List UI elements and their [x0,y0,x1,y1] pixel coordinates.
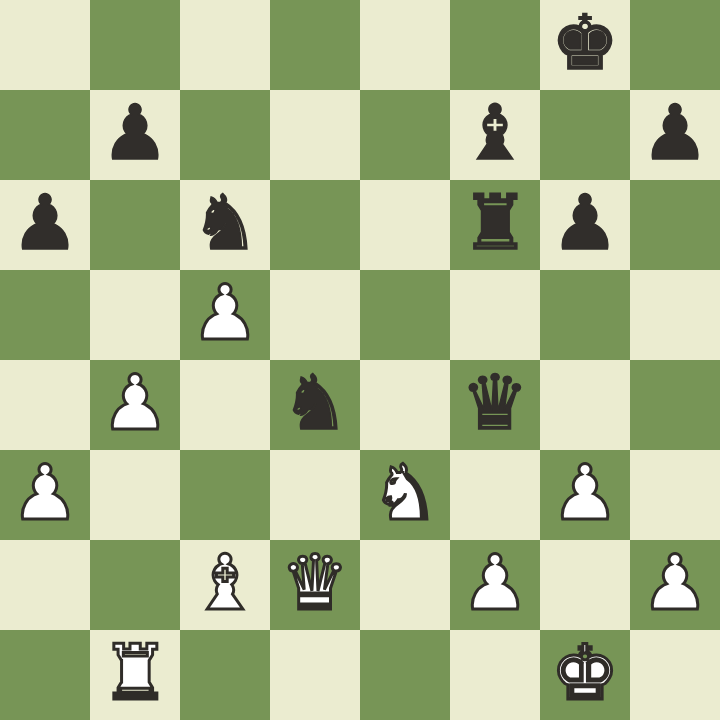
white-rook[interactable]: ♜ [101,628,169,718]
black-pawn[interactable]: ♟ [641,88,709,178]
square-c7[interactable] [180,90,270,180]
square-b5[interactable] [90,270,180,360]
square-h3[interactable] [630,450,720,540]
black-rook[interactable]: ♜ [461,178,529,268]
square-g3[interactable]: ♟ [540,450,630,540]
square-a2[interactable] [0,540,90,630]
square-f8[interactable] [450,0,540,90]
square-g8[interactable]: ♚ [540,0,630,90]
square-a4[interactable] [0,360,90,450]
square-d4[interactable]: ♞ [270,360,360,450]
square-b3[interactable] [90,450,180,540]
square-f5[interactable] [450,270,540,360]
square-f1[interactable] [450,630,540,720]
square-b4[interactable]: ♟ [90,360,180,450]
square-h7[interactable]: ♟ [630,90,720,180]
square-e5[interactable] [360,270,450,360]
square-b6[interactable] [90,180,180,270]
square-a1[interactable] [0,630,90,720]
white-bishop[interactable]: ♝ [191,538,259,628]
chess-board: ♚♟♝♟♟♞♜♟♟♟♞♛♟♞♟♝♛♟♟♜♚ [0,0,720,720]
square-c4[interactable] [180,360,270,450]
square-a5[interactable] [0,270,90,360]
white-pawn[interactable]: ♟ [191,268,259,358]
square-a7[interactable] [0,90,90,180]
square-g5[interactable] [540,270,630,360]
square-f4[interactable]: ♛ [450,360,540,450]
white-queen[interactable]: ♛ [281,538,349,628]
square-a3[interactable]: ♟ [0,450,90,540]
square-h6[interactable] [630,180,720,270]
square-e2[interactable] [360,540,450,630]
black-knight[interactable]: ♞ [281,358,349,448]
square-d8[interactable] [270,0,360,90]
square-g1[interactable]: ♚ [540,630,630,720]
square-c5[interactable]: ♟ [180,270,270,360]
square-g4[interactable] [540,360,630,450]
square-d6[interactable] [270,180,360,270]
white-pawn[interactable]: ♟ [551,448,619,538]
square-e7[interactable] [360,90,450,180]
square-h2[interactable]: ♟ [630,540,720,630]
white-pawn[interactable]: ♟ [641,538,709,628]
square-d3[interactable] [270,450,360,540]
white-pawn[interactable]: ♟ [101,358,169,448]
white-pawn[interactable]: ♟ [11,448,79,538]
white-knight[interactable]: ♞ [371,448,439,538]
square-c8[interactable] [180,0,270,90]
square-h5[interactable] [630,270,720,360]
black-knight[interactable]: ♞ [191,178,259,268]
black-king[interactable]: ♚ [551,0,619,88]
square-b8[interactable] [90,0,180,90]
square-b2[interactable] [90,540,180,630]
black-pawn[interactable]: ♟ [11,178,79,268]
square-f2[interactable]: ♟ [450,540,540,630]
square-e6[interactable] [360,180,450,270]
square-g7[interactable] [540,90,630,180]
square-d7[interactable] [270,90,360,180]
black-bishop[interactable]: ♝ [461,88,529,178]
square-g6[interactable]: ♟ [540,180,630,270]
square-d1[interactable] [270,630,360,720]
square-b7[interactable]: ♟ [90,90,180,180]
square-f3[interactable] [450,450,540,540]
square-b1[interactable]: ♜ [90,630,180,720]
square-f7[interactable]: ♝ [450,90,540,180]
square-c3[interactable] [180,450,270,540]
white-pawn[interactable]: ♟ [461,538,529,628]
square-f6[interactable]: ♜ [450,180,540,270]
square-h8[interactable] [630,0,720,90]
square-e8[interactable] [360,0,450,90]
square-e4[interactable] [360,360,450,450]
black-queen[interactable]: ♛ [461,358,529,448]
square-a8[interactable] [0,0,90,90]
square-e3[interactable]: ♞ [360,450,450,540]
black-pawn[interactable]: ♟ [551,178,619,268]
square-c1[interactable] [180,630,270,720]
square-e1[interactable] [360,630,450,720]
square-d5[interactable] [270,270,360,360]
square-g2[interactable] [540,540,630,630]
square-a6[interactable]: ♟ [0,180,90,270]
black-pawn[interactable]: ♟ [101,88,169,178]
square-c2[interactable]: ♝ [180,540,270,630]
square-c6[interactable]: ♞ [180,180,270,270]
square-h4[interactable] [630,360,720,450]
white-king[interactable]: ♚ [551,628,619,718]
square-d2[interactable]: ♛ [270,540,360,630]
square-h1[interactable] [630,630,720,720]
